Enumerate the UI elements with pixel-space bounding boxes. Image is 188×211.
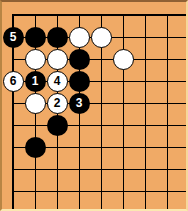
board-intersection — [112, 136, 134, 158]
board-intersection — [178, 202, 188, 211]
board-intersection — [2, 136, 24, 158]
goban: 561423 — [2, 4, 188, 211]
board-intersection — [112, 180, 134, 202]
move-number-label: 2 — [54, 97, 61, 109]
board-intersection — [134, 158, 156, 180]
board-intersection — [134, 202, 156, 211]
board-intersection — [134, 48, 156, 70]
board-intersection — [90, 92, 112, 114]
move-number-label: 6 — [10, 75, 17, 87]
black-stone — [47, 115, 68, 136]
white-stone — [47, 49, 68, 70]
board-intersection — [2, 114, 24, 136]
board-intersection — [24, 158, 46, 180]
board-intersection: 4 — [46, 70, 68, 92]
board-intersection — [178, 158, 188, 180]
board-intersection — [134, 136, 156, 158]
board-intersection — [178, 26, 188, 48]
board-intersection — [24, 4, 46, 26]
white-stone: 4 — [47, 71, 68, 92]
board-intersection — [156, 114, 178, 136]
board-intersection — [112, 4, 134, 26]
board-intersection — [156, 158, 178, 180]
board-intersection — [178, 70, 188, 92]
board-intersection — [90, 158, 112, 180]
board-intersection — [90, 4, 112, 26]
black-stone: 1 — [25, 71, 46, 92]
board-intersection — [2, 202, 24, 211]
board-intersection — [46, 26, 68, 48]
board-intersection — [90, 136, 112, 158]
board-intersection — [46, 4, 68, 26]
board-intersection — [156, 202, 178, 211]
board-intersection — [112, 114, 134, 136]
white-stone — [91, 27, 112, 48]
black-stone — [25, 27, 46, 48]
board-intersection — [156, 4, 178, 26]
white-stone — [25, 93, 46, 114]
board-intersection — [2, 158, 24, 180]
move-number-label: 4 — [54, 75, 61, 87]
board-intersection — [156, 48, 178, 70]
black-stone: 5 — [3, 27, 24, 48]
board-intersection — [46, 48, 68, 70]
board-intersection — [156, 70, 178, 92]
board-intersection — [112, 158, 134, 180]
black-stone — [69, 49, 90, 70]
board-intersection — [2, 48, 24, 70]
board-intersection — [24, 114, 46, 136]
board-intersection — [90, 70, 112, 92]
board-intersection — [68, 180, 90, 202]
move-number-label: 5 — [10, 31, 17, 43]
board-intersection — [90, 180, 112, 202]
board-intersection — [24, 180, 46, 202]
board-intersection — [156, 92, 178, 114]
board-intersection: 6 — [2, 70, 24, 92]
board-intersection — [134, 4, 156, 26]
board-intersection — [46, 202, 68, 211]
board-intersection — [90, 114, 112, 136]
board-intersection — [156, 136, 178, 158]
white-stone — [69, 27, 90, 48]
white-stone: 6 — [3, 71, 24, 92]
board-intersection — [2, 4, 24, 26]
board-intersection — [178, 4, 188, 26]
board-intersection — [134, 92, 156, 114]
board-intersection — [68, 4, 90, 26]
board-intersection: 3 — [68, 92, 90, 114]
board-intersection — [68, 48, 90, 70]
board-intersection — [24, 92, 46, 114]
board-intersection — [134, 26, 156, 48]
move-number-label: 1 — [32, 75, 39, 87]
board-intersection — [90, 26, 112, 48]
board-intersection — [112, 26, 134, 48]
go-diagram: 561423 — [0, 0, 188, 211]
board-intersection — [68, 202, 90, 211]
board-intersection — [134, 114, 156, 136]
board-intersection — [178, 136, 188, 158]
board-intersection — [68, 136, 90, 158]
board-intersection — [24, 48, 46, 70]
board-intersection — [156, 180, 178, 202]
board-intersection — [178, 114, 188, 136]
black-stone — [69, 71, 90, 92]
white-stone — [25, 49, 46, 70]
board-intersection — [46, 180, 68, 202]
black-stone — [47, 27, 68, 48]
board-intersection — [2, 180, 24, 202]
board-intersection — [156, 26, 178, 48]
board-intersection: 2 — [46, 92, 68, 114]
board-intersection — [178, 92, 188, 114]
board-intersection — [90, 48, 112, 70]
white-stone — [113, 49, 134, 70]
board-intersection — [24, 136, 46, 158]
board-intersection — [46, 158, 68, 180]
board-intersection — [68, 114, 90, 136]
board-intersection — [24, 26, 46, 48]
board-intersection: 1 — [24, 70, 46, 92]
move-number-label: 3 — [76, 97, 83, 109]
black-stone: 3 — [69, 93, 90, 114]
board-intersection — [112, 70, 134, 92]
board-intersection — [2, 92, 24, 114]
board-intersection — [134, 70, 156, 92]
board-intersection — [46, 114, 68, 136]
board-intersection — [90, 202, 112, 211]
board-intersection — [68, 70, 90, 92]
board-intersection — [134, 180, 156, 202]
white-stone: 2 — [47, 93, 68, 114]
board-intersection — [46, 136, 68, 158]
board-intersection — [24, 202, 46, 211]
black-stone — [25, 137, 46, 158]
board-intersection — [112, 48, 134, 70]
board-intersection — [178, 48, 188, 70]
board-intersection — [112, 92, 134, 114]
board-intersection — [112, 202, 134, 211]
board-intersection — [68, 26, 90, 48]
board-intersection — [178, 180, 188, 202]
board-intersection — [68, 158, 90, 180]
board-intersection: 5 — [2, 26, 24, 48]
